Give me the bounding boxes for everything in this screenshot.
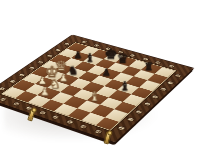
- white-pawn[interactable]: ♟: [59, 73, 68, 83]
- file-label-H: H: [80, 40, 89, 44]
- file-label-A: A: [93, 128, 104, 134]
- black-bishop[interactable]: ♝: [120, 80, 131, 92]
- white-knight[interactable]: ♞: [49, 78, 60, 90]
- white-pawn[interactable]: ♟: [38, 76, 47, 86]
- file-label-D: D: [129, 53, 138, 57]
- rank-label-6: 6: [158, 87, 168, 92]
- file-label-E: E: [38, 110, 49, 116]
- scene: HGFEDCBA HGFEDCBA 87654321 87654321 ♚♛♜♟…: [0, 0, 200, 150]
- black-pawn[interactable]: ♟: [74, 51, 82, 60]
- file-label-A: A: [167, 64, 176, 69]
- rank-label-3: 3: [133, 109, 143, 115]
- file-label-G: G: [92, 43, 101, 47]
- white-pawn[interactable]: ♟: [41, 87, 50, 97]
- black-queen[interactable]: ♛: [117, 52, 129, 65]
- file-label-C: C: [65, 119, 76, 125]
- rank-label-5: 5: [150, 94, 160, 99]
- file-label-D: D: [51, 114, 62, 120]
- black-pawn[interactable]: ♟: [103, 68, 112, 78]
- black-king[interactable]: ♚: [104, 47, 117, 61]
- file-label-G: G: [11, 101, 21, 106]
- rank-label-8: 8: [173, 73, 182, 78]
- white-bishop[interactable]: ♝: [89, 90, 100, 103]
- file-label-H: H: [0, 97, 9, 102]
- chess-board: HGFEDCBA HGFEDCBA 87654321 87654321 ♚♛♜♟…: [0, 35, 193, 142]
- file-label-B: B: [154, 60, 163, 64]
- black-rook[interactable]: ♜: [144, 61, 154, 72]
- black-bishop[interactable]: ♝: [85, 52, 95, 63]
- rank-label-1: 1: [116, 125, 127, 131]
- rank-label-4: 4: [142, 101, 152, 106]
- file-label-B: B: [79, 123, 90, 129]
- rank-label-2: 2: [125, 117, 135, 123]
- rank-label-7: 7: [165, 80, 175, 85]
- black-knight[interactable]: ♞: [68, 65, 79, 77]
- rank-label-2: 2: [7, 79, 17, 84]
